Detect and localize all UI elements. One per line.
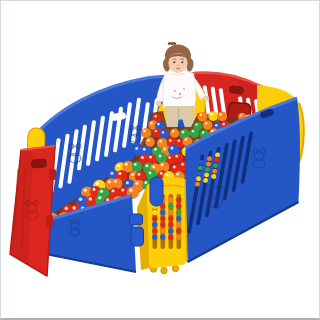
ball-highlight (114, 180, 117, 183)
ball-highlight (65, 207, 69, 211)
ball-highlight (110, 172, 113, 175)
ball-highlight (162, 131, 164, 133)
ball-through-slot (176, 210, 181, 215)
ball-through-slot (168, 235, 173, 240)
gate-hinge (150, 177, 163, 206)
ball-through-slot (152, 228, 157, 233)
ball-highlight (205, 122, 208, 125)
ball-through-slot (152, 222, 157, 227)
ball-through-slot (176, 204, 181, 209)
ball-highlight (175, 155, 178, 158)
ball-highlight (144, 181, 147, 184)
ball-through-slot (168, 222, 173, 227)
play-ball (160, 130, 169, 139)
ball-highlight (117, 164, 120, 167)
child-eye-left (173, 61, 175, 63)
ball-through-slot (152, 210, 157, 215)
ball-highlight (176, 173, 179, 176)
ball-highlight (215, 124, 218, 127)
play-ball (217, 112, 227, 122)
gate-foot (172, 265, 178, 271)
ball-highlight (143, 148, 146, 151)
ball-highlight (157, 123, 160, 126)
gate-foot (161, 267, 167, 273)
ball-through-slot (160, 222, 165, 227)
ball-highlight (185, 138, 188, 141)
ball-highlight (108, 180, 111, 183)
ball-highlight (172, 130, 175, 133)
ball-through-slot (152, 216, 157, 221)
ball-highlight (135, 147, 138, 150)
ball-highlight (240, 114, 242, 116)
ball-highlight (181, 163, 184, 166)
ball-through-slot (152, 235, 157, 240)
ball-highlight (168, 156, 171, 159)
play-ball (190, 128, 199, 137)
ball-through-slot (160, 210, 165, 215)
ball-highlight (161, 163, 164, 166)
ball-highlight (165, 173, 168, 176)
ball-highlight (160, 172, 163, 175)
ball-highlight (181, 131, 184, 134)
ball-highlight (129, 189, 132, 192)
child-eye-right (181, 61, 183, 63)
ball-highlight (126, 181, 129, 184)
ball-through-slot (176, 197, 181, 202)
ball-through-slot (176, 228, 181, 233)
ball-through-slot (176, 235, 181, 240)
ball-through-slot (160, 216, 165, 221)
gate-slot (168, 194, 173, 249)
play-ball (145, 137, 155, 147)
ball-highlight (79, 197, 83, 201)
ball-highlight (147, 139, 150, 142)
ball-highlight (98, 196, 102, 200)
ball-highlight (195, 123, 197, 125)
ball-through-slot (160, 235, 165, 240)
ball-highlight (111, 189, 114, 192)
ball-highlight (84, 189, 87, 192)
ball-highlight (200, 113, 203, 116)
ball-through-slot (160, 228, 165, 233)
ball-highlight (159, 154, 162, 157)
ball-highlight (149, 172, 152, 175)
child-right-hand (204, 96, 209, 101)
play-ball (132, 161, 143, 172)
ball-through-slot (168, 210, 173, 215)
ball-highlight (121, 188, 124, 191)
ball-highlight (163, 147, 166, 150)
ball-highlight (141, 156, 144, 159)
ball-highlight (173, 166, 176, 169)
ball-highlight (152, 165, 155, 168)
listing-photo (0, 0, 320, 320)
gate-latch-lower (131, 227, 144, 246)
ball-highlight (135, 182, 138, 185)
red-gate-hinge-tab (49, 169, 56, 180)
gate-slot (176, 194, 181, 249)
ball-highlight (118, 172, 121, 175)
ball-highlight (202, 131, 204, 133)
ball-highlight (192, 130, 195, 133)
play-ball (170, 129, 179, 138)
gate-latch-upper (130, 214, 143, 225)
ball-highlight (137, 173, 140, 176)
ball-highlight (89, 197, 93, 201)
ball-highlight (219, 113, 222, 116)
ball-highlight (178, 140, 181, 143)
ball-through-slot (168, 197, 173, 202)
ball-highlight (72, 206, 75, 209)
ball-highlight (96, 182, 99, 185)
ball-highlight (210, 113, 213, 116)
ball-through-slot (168, 228, 173, 233)
ball-highlight (134, 163, 137, 166)
red-gate-handle-cutout (31, 159, 47, 169)
child-nose (177, 65, 179, 67)
ball-through-slot (176, 222, 181, 227)
play-ball (208, 111, 218, 121)
ball-highlight (154, 148, 157, 151)
ball-through-slot (176, 216, 181, 221)
ball-highlight (159, 140, 162, 143)
play-ball (203, 120, 213, 130)
red-gate-hinge-tab (46, 215, 53, 226)
ball-highlight (100, 190, 103, 193)
ball-highlight (149, 156, 152, 159)
ball-highlight (125, 163, 128, 166)
child-hair-bow (167, 42, 176, 46)
ball-highlight (222, 123, 225, 126)
ball-highlight (170, 147, 173, 150)
ball-highlight (145, 164, 148, 167)
ball-highlight (155, 130, 157, 132)
ball-highlight (154, 115, 156, 117)
play-ball (198, 112, 208, 122)
child-left-hand (156, 101, 161, 106)
ball-through-slot (168, 204, 173, 209)
ball-highlight (131, 173, 134, 176)
open-red-gate-assembly (10, 128, 56, 276)
ball-highlight (169, 139, 172, 142)
ball-highlight (92, 188, 95, 191)
product-photo (1, 1, 320, 320)
play-ball (141, 128, 151, 138)
ball-through-slot (168, 216, 173, 221)
ball-highlight (150, 122, 153, 125)
ball-highlight (143, 130, 146, 133)
